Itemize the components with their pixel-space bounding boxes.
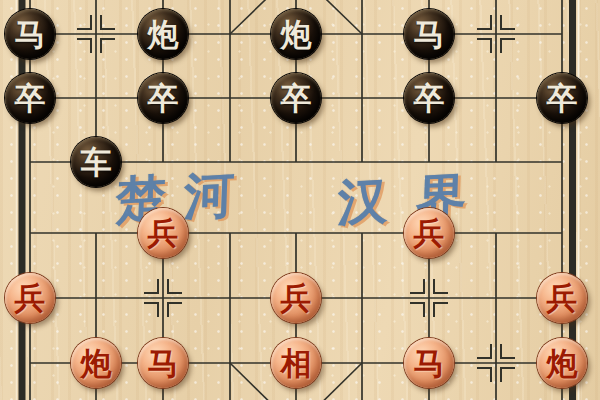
piece-label: 卒 [148,83,179,114]
piece-red-soldier[interactable]: 兵 [138,208,188,258]
piece-red-horse[interactable]: 马 [404,338,454,388]
piece-black-soldier[interactable]: 卒 [271,73,321,123]
piece-label: 卒 [281,83,312,114]
piece-label: 炮 [547,348,578,379]
piece-label: 兵 [15,283,46,314]
piece-label: 炮 [81,348,112,379]
piece-label: 卒 [15,83,46,114]
piece-label: 车 [81,147,112,178]
piece-label: 相 [281,348,312,379]
piece-label: 兵 [414,218,445,249]
piece-label: 兵 [547,283,578,314]
piece-red-soldier[interactable]: 兵 [537,273,587,323]
piece-label: 卒 [414,83,445,114]
piece-label: 兵 [281,283,312,314]
piece-black-soldier[interactable]: 卒 [5,73,55,123]
piece-red-soldier[interactable]: 兵 [404,208,454,258]
piece-black-soldier[interactable]: 卒 [404,73,454,123]
piece-label: 马 [148,348,179,379]
piece-label: 马 [414,348,445,379]
piece-red-cannon[interactable]: 炮 [71,338,121,388]
piece-red-horse[interactable]: 马 [138,338,188,388]
pieces-layer: 马炮炮马卒卒卒卒卒车兵兵兵兵兵炮马相马炮 [0,0,600,400]
piece-red-cannon[interactable]: 炮 [537,338,587,388]
xiangqi-board[interactable]: 楚河 汉界 马炮炮马卒卒卒卒卒车兵兵兵兵兵炮马相马炮 [0,0,600,400]
piece-label: 兵 [148,218,179,249]
piece-black-chariot[interactable]: 车 [71,137,121,187]
piece-label: 卒 [547,83,578,114]
piece-label: 炮 [148,19,179,50]
piece-label: 马 [414,19,445,50]
piece-black-cannon[interactable]: 炮 [271,9,321,59]
piece-label: 马 [15,19,46,50]
piece-black-horse[interactable]: 马 [5,9,55,59]
piece-black-soldier[interactable]: 卒 [537,73,587,123]
piece-black-horse[interactable]: 马 [404,9,454,59]
piece-black-cannon[interactable]: 炮 [138,9,188,59]
piece-red-elephant[interactable]: 相 [271,338,321,388]
piece-label: 炮 [281,19,312,50]
piece-black-soldier[interactable]: 卒 [138,73,188,123]
piece-red-soldier[interactable]: 兵 [271,273,321,323]
piece-red-soldier[interactable]: 兵 [5,273,55,323]
